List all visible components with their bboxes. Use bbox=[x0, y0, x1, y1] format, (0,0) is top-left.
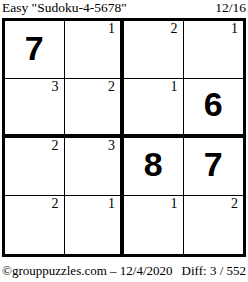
cell-r4c4[interactable]: 2 bbox=[184, 196, 244, 254]
cell-r4c1[interactable]: 2 bbox=[5, 196, 65, 254]
page-header: Easy "Sudoku-4-5678" 12/16 bbox=[2, 0, 246, 17]
cell-r1c1[interactable]: 7 bbox=[5, 21, 65, 79]
corner-clue: 2 bbox=[52, 197, 59, 211]
cell-r1c3[interactable]: 2 bbox=[124, 21, 184, 79]
cell-r2c4[interactable]: 6 bbox=[184, 79, 244, 137]
corner-clue: 1 bbox=[231, 22, 238, 36]
difficulty-text: Diff: 3 / 552 bbox=[182, 263, 246, 279]
copyright-text: ©grouppuzzles.com – 12/4/2020 bbox=[2, 263, 173, 279]
given-digit: 7 bbox=[204, 147, 223, 181]
cell-r2c1[interactable]: 3 bbox=[5, 79, 65, 137]
cell-r3c4[interactable]: 7 bbox=[184, 138, 244, 196]
corner-clue: 3 bbox=[108, 139, 115, 153]
sudoku-grid: 7 1 2 1 3 2 1 6 2 3 8 7 bbox=[2, 18, 246, 257]
page-footer: ©grouppuzzles.com – 12/4/2020 Diff: 3 / … bbox=[2, 263, 246, 279]
corner-clue: 2 bbox=[108, 80, 115, 94]
page-number: 12/16 bbox=[215, 0, 246, 16]
corner-clue: 1 bbox=[108, 22, 115, 36]
cell-r1c4[interactable]: 1 bbox=[184, 21, 244, 79]
given-digit: 8 bbox=[144, 147, 163, 181]
cell-r3c2[interactable]: 3 bbox=[65, 138, 125, 196]
corner-clue: 1 bbox=[108, 197, 115, 211]
cell-r2c2[interactable]: 2 bbox=[65, 79, 125, 137]
given-digit: 6 bbox=[204, 87, 223, 121]
cell-r2c3[interactable]: 1 bbox=[124, 79, 184, 137]
corner-clue: 2 bbox=[171, 22, 178, 36]
cell-r3c3[interactable]: 8 bbox=[124, 138, 184, 196]
corner-clue: 1 bbox=[171, 80, 178, 94]
page-title: Easy "Sudoku-4-5678" bbox=[2, 0, 127, 16]
corner-clue: 3 bbox=[52, 80, 59, 94]
corner-clue: 2 bbox=[231, 197, 238, 211]
cell-r4c3[interactable]: 1 bbox=[124, 196, 184, 254]
corner-clue: 1 bbox=[171, 197, 178, 211]
given-digit: 7 bbox=[25, 31, 44, 65]
cell-r3c1[interactable]: 2 bbox=[5, 138, 65, 196]
cell-r1c2[interactable]: 1 bbox=[65, 21, 125, 79]
cell-r4c2[interactable]: 1 bbox=[65, 196, 125, 254]
corner-clue: 2 bbox=[52, 139, 59, 153]
